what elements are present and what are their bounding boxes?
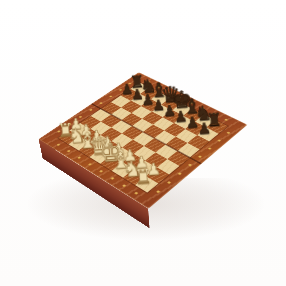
brass-inlay-dot xyxy=(121,184,126,187)
product-photo: ♜♞♝♛♚♝♞♜♟♟♟♟♟♟♟♟♟♟♟♟♟♟♟♟♜♞♝♛♚♝♞♜ xyxy=(0,0,286,286)
brass-inlay-dot xyxy=(98,170,103,173)
brass-inlay-dot xyxy=(224,118,228,121)
brass-inlay-dot xyxy=(57,130,61,133)
brass-inlay-dot xyxy=(89,109,93,111)
brass-inlay-dot xyxy=(56,143,60,146)
brass-inlay-dot xyxy=(168,91,172,93)
brass-inlay-dot xyxy=(77,156,81,159)
board-box: ♜♞♝♛♚♝♞♜♟♟♟♟♟♟♟♟♟♟♟♟♟♟♟♟♜♞♝♛♚♝♞♜ xyxy=(64,53,222,211)
brass-inlay-dot xyxy=(189,102,193,104)
brass-inlay-dot xyxy=(167,181,172,184)
brass-inlay-dot xyxy=(128,82,132,84)
brass-inlay-dot xyxy=(217,139,221,142)
brass-inlay-dot xyxy=(212,113,216,116)
brass-inlay-dot xyxy=(79,116,83,119)
brass-inlay-dot xyxy=(66,150,70,153)
brass-inlay-dot xyxy=(178,96,182,98)
brass-inlay-dot xyxy=(208,147,212,150)
brass-inlay-dot xyxy=(227,131,231,134)
brass-inlay-dot xyxy=(178,172,183,175)
brass-inlay-dot xyxy=(156,190,161,193)
brass-inlay-dot xyxy=(109,95,113,97)
brass-inlay-dot xyxy=(188,163,193,166)
brass-inlay-dot xyxy=(157,86,161,88)
brass-inlay-dot xyxy=(200,107,204,110)
brass-inlay-dot xyxy=(99,102,103,104)
brass-inlay-dot xyxy=(119,89,123,91)
brass-inlay-dot xyxy=(110,177,115,180)
piece-white-pawn: ♟ xyxy=(68,117,84,133)
brass-inlay-dot xyxy=(133,191,138,194)
brass-inlay-dot xyxy=(87,163,91,166)
brass-inlay-dot xyxy=(68,123,72,126)
brass-inlay-dot xyxy=(147,81,151,83)
brass-inlay-dot xyxy=(198,155,202,158)
